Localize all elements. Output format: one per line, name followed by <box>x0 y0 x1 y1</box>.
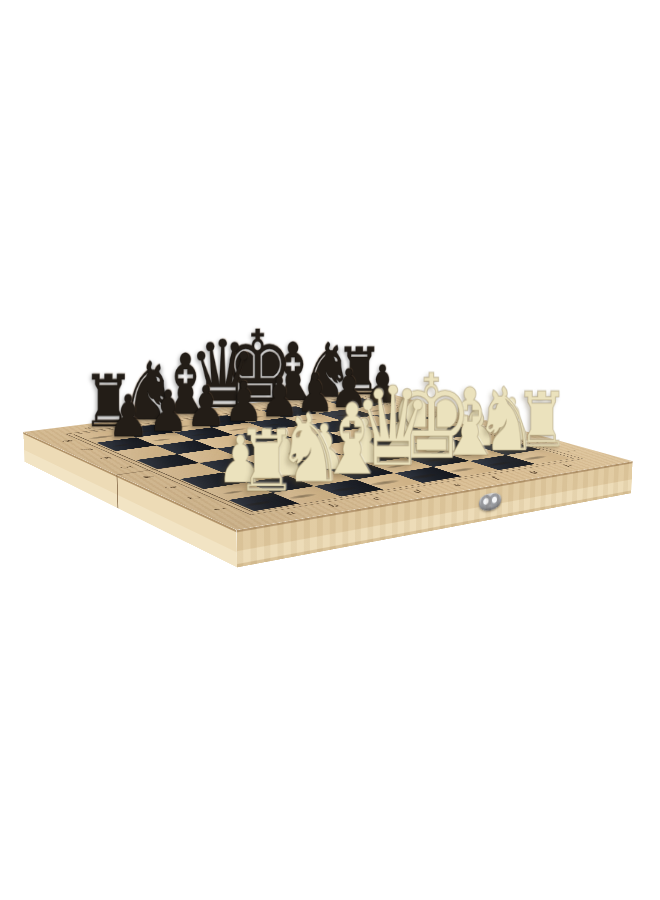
fold-seam-side <box>116 475 118 509</box>
scene: aabbccddeeffgghh1122334455667788 ♜♞♝♛♚♝♞… <box>96 226 536 666</box>
product-photo: aabbccddeeffgghh1122334455667788 ♜♞♝♛♚♝♞… <box>0 0 660 900</box>
clasp-icon <box>479 491 502 512</box>
white-rook-icon: ♜ <box>202 418 331 503</box>
chess-board: aabbccddeeffgghh1122334455667788 ♜♞♝♛♚♝♞… <box>23 388 633 530</box>
